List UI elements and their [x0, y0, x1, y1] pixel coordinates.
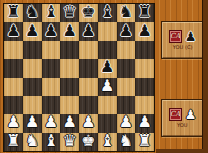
square-g1[interactable]: ♞	[117, 133, 136, 151]
player-panel-row: CA ♟	[169, 108, 197, 121]
square-f3[interactable]	[98, 96, 117, 114]
piece-white-knight-b1[interactable]: ♞	[25, 133, 39, 149]
white-pawn-icon: ♟	[185, 108, 197, 121]
square-d2[interactable]: ♟	[60, 114, 79, 132]
square-h4[interactable]	[135, 78, 154, 96]
square-e8[interactable]: ♚	[79, 4, 98, 22]
piece-black-rook-a8[interactable]: ♜	[6, 4, 20, 20]
square-c1[interactable]: ♝	[42, 133, 61, 151]
square-a6[interactable]	[4, 41, 23, 59]
square-g2[interactable]: ♟	[117, 114, 136, 132]
square-h7[interactable]: ♟	[135, 22, 154, 40]
piece-white-pawn-f4[interactable]: ♟	[100, 78, 114, 94]
ca-logo-text: CA	[170, 111, 180, 118]
piece-black-pawn-a7[interactable]: ♟	[6, 23, 20, 39]
player-label: YOU	[177, 123, 188, 128]
square-e7[interactable]: ♟	[79, 22, 98, 40]
piece-black-pawn-c7[interactable]: ♟	[44, 23, 58, 39]
square-a5[interactable]	[4, 59, 23, 77]
piece-black-pawn-g7[interactable]: ♟	[119, 23, 133, 39]
square-c6[interactable]	[42, 41, 61, 59]
piece-black-king-e8[interactable]: ♚	[81, 4, 95, 20]
piece-black-bishop-f8[interactable]: ♝	[100, 4, 114, 20]
piece-white-rook-h1[interactable]: ♜	[137, 133, 151, 149]
piece-black-queen-d8[interactable]: ♛	[62, 4, 76, 20]
square-d8[interactable]: ♛	[60, 4, 79, 22]
square-f7[interactable]	[98, 22, 117, 40]
square-h2[interactable]: ♟	[135, 114, 154, 132]
piece-white-pawn-d2[interactable]: ♟	[62, 114, 76, 130]
square-d4[interactable]	[60, 78, 79, 96]
wood-edge-bottom	[156, 149, 208, 153]
piece-white-pawn-c2[interactable]: ♟	[44, 114, 58, 130]
player-panel[interactable]: CA ♟ YOU	[161, 99, 204, 137]
chess-board: ♜♞♝♛♚♝♞♜♟♟♟♟♟♟♟♟♟♟♟♟♟♟♟♟♜♞♝♛♚♝♞♜	[3, 3, 155, 152]
piece-white-bishop-c1[interactable]: ♝	[44, 133, 58, 149]
square-h5[interactable]	[135, 59, 154, 77]
piece-black-knight-b8[interactable]: ♞	[25, 4, 39, 20]
square-f5[interactable]: ♟	[98, 59, 117, 77]
square-e5[interactable]	[79, 59, 98, 77]
square-g5[interactable]	[117, 59, 136, 77]
piece-white-bishop-f1[interactable]: ♝	[100, 133, 114, 149]
piece-black-pawn-d7[interactable]: ♟	[62, 23, 76, 39]
square-d1[interactable]: ♛	[60, 133, 79, 151]
square-a1[interactable]: ♜	[4, 133, 23, 151]
opponent-panel-row: CA ♟	[169, 30, 197, 43]
piece-black-rook-h8[interactable]: ♜	[137, 4, 151, 20]
square-f1[interactable]: ♝	[98, 133, 117, 151]
piece-white-pawn-b2[interactable]: ♟	[25, 114, 39, 130]
square-b4[interactable]	[23, 78, 42, 96]
piece-white-rook-a1[interactable]: ♜	[6, 133, 20, 149]
square-a8[interactable]: ♜	[4, 4, 23, 22]
piece-white-pawn-a2[interactable]: ♟	[6, 114, 20, 130]
game-window: ♜♞♝♛♚♝♞♜♟♟♟♟♟♟♟♟♟♟♟♟♟♟♟♟♜♞♝♛♚♝♞♜ CA ♟ YO…	[0, 0, 208, 153]
ca-logo-text: CA	[170, 33, 180, 40]
square-b5[interactable]	[23, 59, 42, 77]
square-g8[interactable]: ♞	[117, 4, 136, 22]
square-d6[interactable]	[60, 41, 79, 59]
square-b2[interactable]: ♟	[23, 114, 42, 132]
square-h6[interactable]	[135, 41, 154, 59]
square-h8[interactable]: ♜	[135, 4, 154, 22]
square-b6[interactable]	[23, 41, 42, 59]
square-a2[interactable]: ♟	[4, 114, 23, 132]
square-b8[interactable]: ♞	[23, 4, 42, 22]
piece-black-pawn-f5[interactable]: ♟	[100, 59, 114, 75]
square-h1[interactable]: ♜	[135, 133, 154, 151]
square-g7[interactable]: ♟	[117, 22, 136, 40]
square-c5[interactable]	[42, 59, 61, 77]
square-f2[interactable]	[98, 114, 117, 132]
square-g4[interactable]	[117, 78, 136, 96]
square-e6[interactable]	[79, 41, 98, 59]
square-e4[interactable]	[79, 78, 98, 96]
square-c7[interactable]: ♟	[42, 22, 61, 40]
piece-white-queen-d1[interactable]: ♛	[62, 133, 76, 149]
square-f8[interactable]: ♝	[98, 4, 117, 22]
piece-black-pawn-h7[interactable]: ♟	[137, 23, 151, 39]
square-c2[interactable]: ♟	[42, 114, 61, 132]
piece-black-bishop-c8[interactable]: ♝	[44, 4, 58, 20]
square-b7[interactable]: ♟	[23, 22, 42, 40]
opponent-label: YOU (C)	[173, 45, 193, 50]
square-e2[interactable]: ♟	[79, 114, 98, 132]
square-a7[interactable]: ♟	[4, 22, 23, 40]
piece-white-pawn-h2[interactable]: ♟	[137, 114, 151, 130]
square-a4[interactable]	[4, 78, 23, 96]
piece-black-pawn-e7[interactable]: ♟	[81, 23, 95, 39]
piece-black-knight-g8[interactable]: ♞	[119, 4, 133, 20]
ca-logo-badge: CA	[169, 30, 182, 43]
square-f4[interactable]: ♟	[98, 78, 117, 96]
opponent-panel[interactable]: CA ♟ YOU (C)	[161, 21, 204, 59]
wood-edge-right	[202, 0, 208, 153]
piece-black-pawn-b7[interactable]: ♟	[25, 23, 39, 39]
black-pawn-icon: ♟	[185, 30, 197, 43]
square-d5[interactable]	[60, 59, 79, 77]
piece-white-king-e1[interactable]: ♚	[81, 133, 95, 149]
piece-white-pawn-g2[interactable]: ♟	[119, 114, 133, 130]
square-g6[interactable]	[117, 41, 136, 59]
square-c8[interactable]: ♝	[42, 4, 61, 22]
square-b1[interactable]: ♞	[23, 133, 42, 151]
piece-white-knight-g1[interactable]: ♞	[119, 133, 133, 149]
square-d7[interactable]: ♟	[60, 22, 79, 40]
ca-logo-badge: CA	[169, 108, 182, 121]
piece-white-pawn-e2[interactable]: ♟	[81, 114, 95, 130]
square-e1[interactable]: ♚	[79, 133, 98, 151]
square-c4[interactable]	[42, 78, 61, 96]
